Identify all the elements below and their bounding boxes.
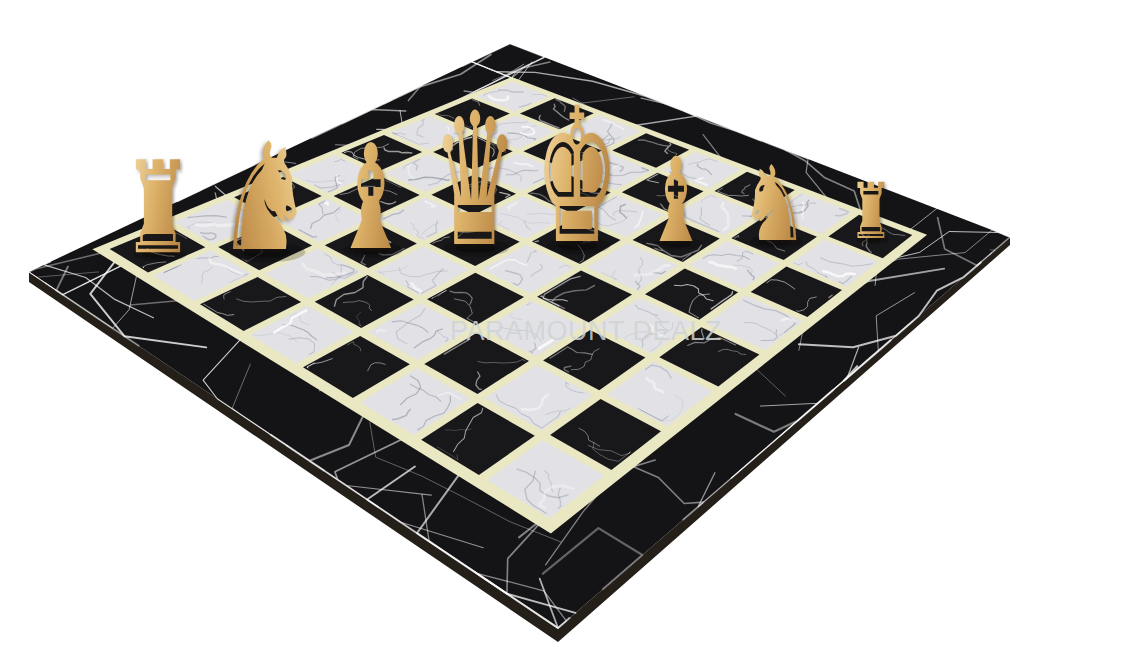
chess-piece-rook-a1: ♜ — [122, 145, 193, 272]
chess-piece-bishop-c3: ♝ — [332, 124, 410, 269]
chess-piece-rook-h8: ♜ — [849, 173, 892, 250]
chess-piece-bishop-f6: ♝ — [645, 142, 708, 259]
chess-piece-knight-b2: ♞ — [215, 123, 315, 272]
product-photo: PARAMOUNT DEALZ ♜♞♝♛♚♝♞♜ — [0, 0, 1140, 667]
chess-piece-knight-g7: ♞ — [739, 152, 809, 256]
chess-pieces-layer: ♜♞♝♛♚♝♞♜ — [0, 0, 1140, 667]
chess-piece-king-e5: ♚ — [535, 83, 619, 270]
chess-piece-queen-d4: ♛ — [432, 88, 518, 272]
